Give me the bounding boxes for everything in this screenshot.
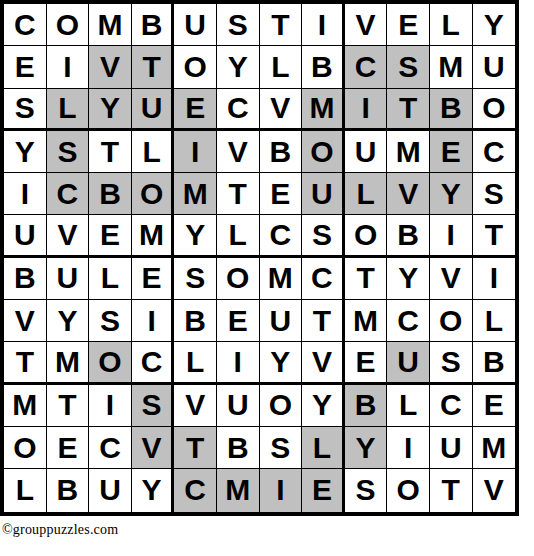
cell-r4c12: C	[473, 131, 516, 173]
cell-r6c1: U	[4, 215, 47, 257]
cell-r8c2: Y	[47, 300, 90, 342]
cell-r2c6: Y	[217, 46, 260, 88]
cell-r10c8: Y	[302, 385, 345, 427]
cell-r2c4: T	[132, 46, 175, 88]
cell-r12c1: L	[4, 469, 47, 511]
cell-r7c10: Y	[387, 258, 430, 300]
cell-r1c10: E	[387, 4, 430, 46]
cell-r11c4: V	[132, 427, 175, 469]
cell-r10c1: M	[4, 385, 47, 427]
cell-r10c2: T	[47, 385, 90, 427]
cell-r7c8: C	[302, 258, 345, 300]
cell-r5c3: B	[89, 173, 132, 215]
cell-r6c7: C	[260, 215, 303, 257]
cell-r5c6: T	[217, 173, 260, 215]
cell-r1c7: T	[260, 4, 303, 46]
cell-r2c3: V	[89, 46, 132, 88]
cell-r9c6: I	[217, 342, 260, 384]
cell-r7c7: M	[260, 258, 303, 300]
cell-r4c2: S	[47, 131, 90, 173]
cell-r9c10: U	[387, 342, 430, 384]
cell-r11c2: E	[47, 427, 90, 469]
cell-r6c2: V	[47, 215, 90, 257]
cell-r11c10: I	[387, 427, 430, 469]
cell-r6c8: S	[302, 215, 345, 257]
cell-r12c3: U	[89, 469, 132, 511]
cell-r3c1: S	[4, 89, 47, 131]
cell-r1c6: S	[217, 4, 260, 46]
cell-r6c4: M	[132, 215, 175, 257]
cell-r10c11: C	[430, 385, 473, 427]
cell-r8c7: U	[260, 300, 303, 342]
cell-r10c7: O	[260, 385, 303, 427]
cell-r4c5: I	[174, 131, 217, 173]
cell-r12c4: Y	[132, 469, 175, 511]
cell-r7c3: L	[89, 258, 132, 300]
cell-r5c1: I	[4, 173, 47, 215]
cell-r12c2: B	[47, 469, 90, 511]
cell-r9c8: V	[302, 342, 345, 384]
cell-r3c12: O	[473, 89, 516, 131]
cell-r8c3: S	[89, 300, 132, 342]
cell-r7c9: T	[345, 258, 388, 300]
cell-r7c11: V	[430, 258, 473, 300]
cell-r7c12: I	[473, 258, 516, 300]
cell-r4c11: E	[430, 131, 473, 173]
cell-r4c10: M	[387, 131, 430, 173]
cell-r1c4: B	[132, 4, 175, 46]
cell-r11c3: C	[89, 427, 132, 469]
cell-r10c5: V	[174, 385, 217, 427]
cell-r4c9: U	[345, 131, 388, 173]
cell-r11c12: M	[473, 427, 516, 469]
cell-r3c8: M	[302, 89, 345, 131]
cell-r3c9: I	[345, 89, 388, 131]
cell-r6c5: Y	[174, 215, 217, 257]
cell-r12c5: C	[174, 469, 217, 511]
cell-r8c6: E	[217, 300, 260, 342]
cell-r6c11: I	[430, 215, 473, 257]
cell-r8c1: V	[4, 300, 47, 342]
cell-r1c8: I	[302, 4, 345, 46]
cell-r8c10: C	[387, 300, 430, 342]
cell-r1c3: M	[89, 4, 132, 46]
cell-r4c7: B	[260, 131, 303, 173]
cell-r10c12: E	[473, 385, 516, 427]
cell-r12c9: S	[345, 469, 388, 511]
cell-r12c6: M	[217, 469, 260, 511]
cell-r5c10: V	[387, 173, 430, 215]
cell-r3c6: C	[217, 89, 260, 131]
cell-r5c11: Y	[430, 173, 473, 215]
cell-r3c10: T	[387, 89, 430, 131]
cell-r8c12: L	[473, 300, 516, 342]
cell-r4c4: L	[132, 131, 175, 173]
cell-r10c9: B	[345, 385, 388, 427]
cell-r1c5: U	[174, 4, 217, 46]
cell-r9c9: E	[345, 342, 388, 384]
cell-r4c1: Y	[4, 131, 47, 173]
cell-r10c6: U	[217, 385, 260, 427]
cell-r10c10: L	[387, 385, 430, 427]
sudoku-board: COMBUSTIVELYEIVTOYLBCSMUSLYUECVMITBOYSTL…	[0, 0, 519, 516]
cell-r9c12: B	[473, 342, 516, 384]
cell-r8c8: T	[302, 300, 345, 342]
cell-r3c4: U	[132, 89, 175, 131]
cell-r3c3: Y	[89, 89, 132, 131]
cell-r6c10: B	[387, 215, 430, 257]
cell-r8c11: O	[430, 300, 473, 342]
cell-r9c7: Y	[260, 342, 303, 384]
cell-r9c3: O	[89, 342, 132, 384]
cell-r6c9: O	[345, 215, 388, 257]
cell-r6c12: T	[473, 215, 516, 257]
cell-r3c2: L	[47, 89, 90, 131]
cell-r2c11: M	[430, 46, 473, 88]
cell-r10c3: I	[89, 385, 132, 427]
cell-r12c11: T	[430, 469, 473, 511]
cell-r9c4: C	[132, 342, 175, 384]
cell-r1c12: Y	[473, 4, 516, 46]
cell-r2c5: O	[174, 46, 217, 88]
cell-r5c4: O	[132, 173, 175, 215]
copyright-text: ©grouppuzzles.com	[2, 522, 534, 538]
cell-r1c2: O	[47, 4, 90, 46]
cell-r3c5: E	[174, 89, 217, 131]
cell-r1c9: V	[345, 4, 388, 46]
cell-r7c2: U	[47, 258, 90, 300]
cell-r8c5: B	[174, 300, 217, 342]
cell-r7c5: S	[174, 258, 217, 300]
cell-r3c7: V	[260, 89, 303, 131]
cell-r2c8: B	[302, 46, 345, 88]
cell-r1c11: L	[430, 4, 473, 46]
cell-r11c9: Y	[345, 427, 388, 469]
cell-r7c4: E	[132, 258, 175, 300]
cell-r2c10: S	[387, 46, 430, 88]
cell-r6c6: L	[217, 215, 260, 257]
cell-r2c9: C	[345, 46, 388, 88]
cell-r2c2: I	[47, 46, 90, 88]
cell-r4c8: O	[302, 131, 345, 173]
cell-r2c1: E	[4, 46, 47, 88]
cell-r11c7: S	[260, 427, 303, 469]
cell-r12c8: E	[302, 469, 345, 511]
cell-r4c6: V	[217, 131, 260, 173]
cell-r9c2: M	[47, 342, 90, 384]
cell-r11c11: U	[430, 427, 473, 469]
cell-r2c12: U	[473, 46, 516, 88]
cell-r12c7: I	[260, 469, 303, 511]
cell-r11c6: B	[217, 427, 260, 469]
cell-r8c9: M	[345, 300, 388, 342]
cell-r7c1: B	[4, 258, 47, 300]
cell-r9c5: L	[174, 342, 217, 384]
cell-r4c3: T	[89, 131, 132, 173]
cell-r12c10: O	[387, 469, 430, 511]
cell-r5c12: S	[473, 173, 516, 215]
cell-r8c4: I	[132, 300, 175, 342]
cell-r11c1: O	[4, 427, 47, 469]
cell-r5c9: L	[345, 173, 388, 215]
cell-r7c6: O	[217, 258, 260, 300]
cell-r1c1: C	[4, 4, 47, 46]
cell-r12c12: V	[473, 469, 516, 511]
cell-r10c4: S	[132, 385, 175, 427]
cell-r5c8: U	[302, 173, 345, 215]
cell-r9c1: T	[4, 342, 47, 384]
cell-r5c7: E	[260, 173, 303, 215]
cell-r5c5: M	[174, 173, 217, 215]
cell-r5c2: C	[47, 173, 90, 215]
cell-r9c11: S	[430, 342, 473, 384]
cell-r2c7: L	[260, 46, 303, 88]
cell-r11c8: L	[302, 427, 345, 469]
puzzle-page: COMBUSTIVELYEIVTOYLBCSMUSLYUECVMITBOYSTL…	[0, 0, 534, 556]
cell-r3c11: B	[430, 89, 473, 131]
cell-r6c3: E	[89, 215, 132, 257]
cell-r11c5: T	[174, 427, 217, 469]
